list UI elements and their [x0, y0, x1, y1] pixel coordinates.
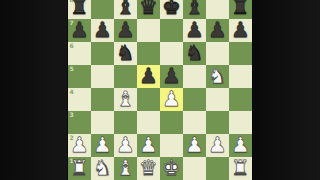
- square-g1[interactable]: [206, 157, 229, 180]
- square-e3[interactable]: [160, 111, 183, 134]
- square-b1[interactable]: ♞: [91, 157, 114, 180]
- square-f2[interactable]: ♟: [183, 134, 206, 157]
- white-pawn-h2[interactable]: ♟: [231, 134, 250, 157]
- rank-label-5: 5: [70, 65, 74, 72]
- square-c3[interactable]: [114, 111, 137, 134]
- black-knight-c6[interactable]: ♞: [116, 42, 135, 65]
- white-pawn-f2[interactable]: ♟: [185, 134, 204, 157]
- black-pawn-f7[interactable]: ♟: [185, 19, 204, 42]
- square-f1[interactable]: [183, 157, 206, 180]
- square-e6[interactable]: [160, 42, 183, 65]
- black-king-e8[interactable]: ♚: [162, 0, 181, 19]
- square-g5[interactable]: ♞: [206, 65, 229, 88]
- black-knight-f6[interactable]: ♞: [185, 42, 204, 65]
- white-king-e1[interactable]: ♚: [162, 157, 181, 180]
- square-g3[interactable]: [206, 111, 229, 134]
- square-a4[interactable]: 4: [68, 88, 91, 111]
- white-rook-a1[interactable]: ♜: [70, 157, 89, 180]
- square-f4[interactable]: [183, 88, 206, 111]
- white-bishop-c4[interactable]: ♝: [116, 88, 135, 111]
- black-pawn-d5[interactable]: ♟: [139, 65, 158, 88]
- square-g6[interactable]: [206, 42, 229, 65]
- rank-label-3: 3: [70, 111, 74, 118]
- square-h2[interactable]: ♟: [229, 134, 252, 157]
- square-h1[interactable]: ♜: [229, 157, 252, 180]
- square-h7[interactable]: ♟: [229, 19, 252, 42]
- pillarbox-left: [0, 0, 68, 180]
- white-pawn-g2[interactable]: ♟: [208, 134, 227, 157]
- black-pawn-a7[interactable]: ♟: [70, 19, 89, 42]
- video-frame: 8♜♝♛♚♝♜7♟♟♟♟♟♟6♞♞5♟♟♞4♝♟32♟♟♟♟♟♟♟1♜♞♝♛♚♜: [0, 0, 320, 180]
- square-g8[interactable]: [206, 0, 229, 19]
- square-h6[interactable]: [229, 42, 252, 65]
- black-pawn-g7[interactable]: ♟: [208, 19, 227, 42]
- square-a1[interactable]: 1♜: [68, 157, 91, 180]
- white-pawn-d2[interactable]: ♟: [139, 134, 158, 157]
- square-d3[interactable]: [137, 111, 160, 134]
- black-pawn-c7[interactable]: ♟: [116, 19, 135, 42]
- square-e7[interactable]: [160, 19, 183, 42]
- square-a2[interactable]: 2♟: [68, 134, 91, 157]
- square-h3[interactable]: [229, 111, 252, 134]
- square-c6[interactable]: ♞: [114, 42, 137, 65]
- black-rook-a8[interactable]: ♜: [70, 0, 89, 19]
- square-b2[interactable]: ♟: [91, 134, 114, 157]
- square-a7[interactable]: 7♟: [68, 19, 91, 42]
- square-e1[interactable]: ♚: [160, 157, 183, 180]
- square-e4[interactable]: ♟: [160, 88, 183, 111]
- square-h5[interactable]: [229, 65, 252, 88]
- square-h4[interactable]: [229, 88, 252, 111]
- square-d2[interactable]: ♟: [137, 134, 160, 157]
- square-f7[interactable]: ♟: [183, 19, 206, 42]
- square-f5[interactable]: [183, 65, 206, 88]
- black-rook-h8[interactable]: ♜: [231, 0, 250, 19]
- square-c8[interactable]: ♝: [114, 0, 137, 19]
- square-h8[interactable]: ♜: [229, 0, 252, 19]
- square-c5[interactable]: [114, 65, 137, 88]
- square-b6[interactable]: [91, 42, 114, 65]
- white-pawn-e4[interactable]: ♟: [162, 88, 181, 111]
- square-c2[interactable]: ♟: [114, 134, 137, 157]
- square-b4[interactable]: [91, 88, 114, 111]
- square-f6[interactable]: ♞: [183, 42, 206, 65]
- square-c7[interactable]: ♟: [114, 19, 137, 42]
- square-b8[interactable]: [91, 0, 114, 19]
- square-c1[interactable]: ♝: [114, 157, 137, 180]
- square-e8[interactable]: ♚: [160, 0, 183, 19]
- square-d4[interactable]: [137, 88, 160, 111]
- square-d5[interactable]: ♟: [137, 65, 160, 88]
- pillarbox-right: [252, 0, 320, 180]
- black-queen-d8[interactable]: ♛: [139, 0, 158, 19]
- white-rook-h1[interactable]: ♜: [231, 157, 250, 180]
- square-f8[interactable]: ♝: [183, 0, 206, 19]
- black-bishop-c8[interactable]: ♝: [116, 0, 135, 19]
- square-g7[interactable]: ♟: [206, 19, 229, 42]
- square-a8[interactable]: 8♜: [68, 0, 91, 19]
- white-pawn-b2[interactable]: ♟: [93, 134, 112, 157]
- square-d7[interactable]: [137, 19, 160, 42]
- black-pawn-b7[interactable]: ♟: [93, 19, 112, 42]
- square-d8[interactable]: ♛: [137, 0, 160, 19]
- white-pawn-a2[interactable]: ♟: [70, 134, 89, 157]
- square-a6[interactable]: 6: [68, 42, 91, 65]
- white-bishop-c1[interactable]: ♝: [116, 157, 135, 180]
- white-queen-d1[interactable]: ♛: [139, 157, 158, 180]
- black-pawn-e5[interactable]: ♟: [162, 65, 181, 88]
- square-c4[interactable]: ♝: [114, 88, 137, 111]
- black-pawn-h7[interactable]: ♟: [231, 19, 250, 42]
- square-a5[interactable]: 5: [68, 65, 91, 88]
- white-knight-g5[interactable]: ♞: [208, 65, 227, 88]
- square-e2[interactable]: [160, 134, 183, 157]
- rank-label-4: 4: [70, 88, 74, 95]
- square-g4[interactable]: [206, 88, 229, 111]
- rank-label-6: 6: [70, 42, 74, 49]
- black-bishop-f8[interactable]: ♝: [185, 0, 204, 19]
- square-e5[interactable]: ♟: [160, 65, 183, 88]
- square-d1[interactable]: ♛: [137, 157, 160, 180]
- square-g2[interactable]: ♟: [206, 134, 229, 157]
- white-pawn-c2[interactable]: ♟: [116, 134, 135, 157]
- chess-board: 8♜♝♛♚♝♜7♟♟♟♟♟♟6♞♞5♟♟♞4♝♟32♟♟♟♟♟♟♟1♜♞♝♛♚♜: [68, 0, 252, 180]
- square-b7[interactable]: ♟: [91, 19, 114, 42]
- square-a3[interactable]: 3: [68, 111, 91, 134]
- square-b5[interactable]: [91, 65, 114, 88]
- square-d6[interactable]: [137, 42, 160, 65]
- square-f3[interactable]: [183, 111, 206, 134]
- square-b3[interactable]: [91, 111, 114, 134]
- white-knight-b1[interactable]: ♞: [93, 157, 112, 180]
